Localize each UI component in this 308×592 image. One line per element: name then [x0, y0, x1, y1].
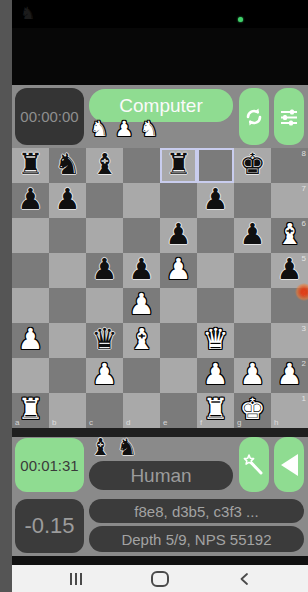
white-rook: ♜ — [197, 392, 234, 427]
rank-label: 2 — [302, 359, 306, 368]
square-h2[interactable]: ♟2 — [271, 358, 308, 393]
black-rook: ♜ — [160, 148, 197, 182]
square-d6[interactable] — [123, 218, 160, 253]
black-king: ♚ — [234, 148, 271, 182]
square-e1[interactable]: e — [160, 393, 197, 428]
human-clock: 00:01:31 — [15, 438, 84, 492]
file-label: e — [163, 418, 167, 427]
file-label: a — [15, 418, 19, 427]
black-pawn: ♟ — [86, 252, 123, 287]
black-pawn: ♟ — [123, 252, 160, 287]
white-bishop: ♝ — [123, 322, 160, 357]
square-c6[interactable] — [86, 218, 123, 253]
captured-white-knight: ♞ — [140, 116, 159, 142]
square-e6[interactable]: ♟ — [160, 218, 197, 253]
file-label: h — [274, 418, 278, 427]
square-d7[interactable] — [123, 183, 160, 218]
black-pawn: ♟ — [197, 182, 234, 217]
square-c5[interactable]: ♟ — [86, 253, 123, 288]
evaluation-value: -0.15 — [15, 499, 84, 553]
square-g8[interactable]: ♚ — [234, 148, 271, 183]
back-button[interactable] — [238, 571, 250, 587]
rank-label: 3 — [302, 324, 306, 333]
rank-label: 5 — [302, 254, 306, 263]
square-a3[interactable]: ♟ — [12, 323, 49, 358]
square-a5[interactable] — [12, 253, 49, 288]
square-f1[interactable]: ♜f — [197, 393, 234, 428]
square-f2[interactable]: ♟ — [197, 358, 234, 393]
square-g3[interactable] — [234, 323, 271, 358]
settings-button[interactable] — [274, 88, 304, 145]
square-g6[interactable]: ♟ — [234, 218, 271, 253]
black-pawn: ♟ — [12, 182, 49, 217]
white-pawn: ♟ — [123, 287, 160, 322]
magic-wand-icon — [242, 453, 266, 477]
square-b2[interactable] — [49, 358, 86, 393]
square-a1[interactable]: ♜a — [12, 393, 49, 428]
captured-black-knight: ♞ — [117, 433, 138, 461]
indicator-dot — [238, 17, 243, 22]
top-player-panel: 00:00:00 Computer ♞♟♞ — [12, 85, 308, 148]
square-d4[interactable]: ♟ — [123, 288, 160, 323]
square-h3[interactable]: 3 — [271, 323, 308, 358]
square-a4[interactable] — [12, 288, 49, 323]
white-pawn: ♟ — [160, 252, 197, 287]
home-button[interactable] — [151, 571, 169, 587]
captured-black-bishop: ♝ — [90, 433, 111, 461]
black-bishop: ♝ — [86, 148, 123, 182]
square-e3[interactable] — [160, 323, 197, 358]
principal-variation: f8e8, d3b5, c3f3 ... — [89, 499, 304, 523]
restart-button[interactable] — [239, 88, 269, 145]
square-b3[interactable] — [49, 323, 86, 358]
square-a8[interactable]: ♜ — [12, 148, 49, 183]
square-d2[interactable] — [123, 358, 160, 393]
white-queen: ♛ — [197, 322, 234, 357]
square-b8[interactable]: ♞ — [49, 148, 86, 183]
square-b4[interactable] — [49, 288, 86, 323]
android-nav-bar — [12, 565, 308, 592]
recents-button[interactable] — [70, 572, 82, 585]
left-triangle-icon — [281, 454, 298, 476]
square-b1[interactable]: b — [49, 393, 86, 428]
square-g7[interactable] — [234, 183, 271, 218]
square-f5[interactable] — [197, 253, 234, 288]
square-f6[interactable] — [197, 218, 234, 253]
hint-button[interactable] — [239, 437, 269, 492]
captured-white-knight: ♞ — [90, 116, 109, 142]
square-f8[interactable] — [197, 148, 234, 183]
board-bottom-edge — [12, 428, 308, 437]
square-c8[interactable]: ♝ — [86, 148, 123, 183]
square-a7[interactable]: ♟ — [12, 183, 49, 218]
square-a2[interactable] — [12, 358, 49, 393]
file-label: c — [89, 418, 93, 427]
square-d3[interactable]: ♝ — [123, 323, 160, 358]
square-c4[interactable] — [86, 288, 123, 323]
square-f7[interactable]: ♟ — [197, 183, 234, 218]
rank-label: 1 — [302, 394, 306, 403]
black-pawn: ♟ — [160, 217, 197, 252]
computer-clock: 00:00:00 — [15, 88, 84, 145]
square-b7[interactable]: ♟ — [49, 183, 86, 218]
chess-knight-notification-icon: ♞ — [20, 3, 35, 23]
white-pawn: ♟ — [12, 322, 49, 357]
phone-screen: ♞ 00:00:00 Computer ♞♟♞ — [12, 0, 308, 592]
chess-board: ♜♞♝♜♚8♟♟♟7♟♟♝6♟♟♟♟5♟4♟♛♝♛3♟♟♟♟2♜abcde♜f♚… — [12, 148, 308, 428]
square-d5[interactable]: ♟ — [123, 253, 160, 288]
black-rook: ♜ — [12, 148, 49, 182]
square-h1[interactable]: 1h — [271, 393, 308, 428]
square-g4[interactable] — [234, 288, 271, 323]
white-pawn: ♟ — [234, 357, 271, 392]
square-e5[interactable]: ♟ — [160, 253, 197, 288]
touch-indicator — [295, 283, 308, 301]
square-e2[interactable] — [160, 358, 197, 393]
square-g1[interactable]: ♚g — [234, 393, 271, 428]
engine-info-panel: -0.15 f8e8, d3b5, c3f3 ... Depth 5/9, NP… — [12, 497, 308, 556]
engine-stats: Depth 5/9, NPS 55192 — [89, 526, 304, 552]
white-pawn: ♟ — [86, 357, 123, 392]
square-c7[interactable] — [86, 183, 123, 218]
black-knight: ♞ — [49, 148, 86, 182]
square-c3[interactable]: ♛ — [86, 323, 123, 358]
file-label: d — [126, 418, 130, 427]
rank-label: 8 — [302, 149, 306, 158]
rank-label: 7 — [302, 184, 306, 193]
black-queen: ♛ — [86, 322, 123, 357]
white-pawn: ♟ — [197, 357, 234, 392]
square-b5[interactable] — [49, 253, 86, 288]
square-g2[interactable]: ♟ — [234, 358, 271, 393]
square-f3[interactable]: ♛ — [197, 323, 234, 358]
black-pawn: ♟ — [49, 182, 86, 217]
takeback-button[interactable] — [274, 437, 304, 492]
square-g5[interactable] — [234, 253, 271, 288]
square-a6[interactable] — [12, 218, 49, 253]
rank-label: 6 — [302, 219, 306, 228]
file-label: b — [52, 418, 56, 427]
square-e8[interactable]: ♜ — [160, 148, 197, 183]
square-h8[interactable]: 8 — [271, 148, 308, 183]
square-d8[interactable] — [123, 148, 160, 183]
bottom-separator — [12, 556, 308, 565]
square-e4[interactable] — [160, 288, 197, 323]
app-header-spacer — [12, 28, 308, 85]
square-h7[interactable]: 7 — [271, 183, 308, 218]
square-h6[interactable]: ♝6 — [271, 218, 308, 253]
back-chevron-icon — [238, 571, 250, 587]
square-c1[interactable]: c — [86, 393, 123, 428]
square-e7[interactable] — [160, 183, 197, 218]
square-c2[interactable]: ♟ — [86, 358, 123, 393]
captured-white-pawn: ♟ — [115, 116, 134, 142]
captured-white-pieces: ♞♟♞ — [90, 116, 158, 142]
refresh-icon — [243, 106, 265, 128]
file-label: g — [237, 418, 241, 427]
square-f4[interactable] — [197, 288, 234, 323]
human-name-button[interactable]: Human — [89, 461, 233, 490]
square-b6[interactable] — [49, 218, 86, 253]
captured-black-pieces: ♝♞ — [90, 433, 137, 461]
status-bar: ♞ — [12, 0, 308, 28]
file-label: f — [200, 418, 202, 427]
black-pawn: ♟ — [234, 217, 271, 252]
tune-sliders-icon — [278, 106, 300, 128]
square-d1[interactable]: d — [123, 393, 160, 428]
